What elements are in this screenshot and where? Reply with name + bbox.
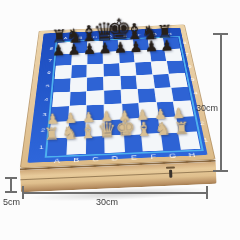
square-e1 — [124, 135, 143, 152]
square-c2 — [86, 120, 104, 136]
dimension-cap — [5, 191, 17, 193]
square-e6 — [119, 63, 135, 76]
square-e4 — [121, 89, 138, 103]
square-h7 — [165, 49, 182, 61]
dimension-cap — [22, 186, 24, 199]
square-f7 — [134, 50, 150, 62]
square-f8 — [133, 39, 149, 51]
square-f3 — [139, 103, 157, 118]
square-a4 — [52, 92, 69, 107]
square-c4 — [87, 90, 104, 104]
square-f1 — [142, 134, 162, 151]
chess-product-photo: ABCDEFGH ABCDEFGH 87654321 87654321 ♜♞♝♛… — [0, 0, 240, 240]
square-g2 — [159, 117, 179, 133]
dimension-line — [22, 192, 208, 194]
box-lid-seam — [20, 171, 216, 181]
dimension-cap — [206, 186, 208, 199]
square-g6 — [151, 61, 168, 74]
square-f4 — [138, 88, 156, 102]
square-c1 — [86, 136, 104, 153]
square-g8 — [148, 38, 164, 50]
board-grid — [48, 37, 201, 155]
square-b5 — [70, 78, 86, 92]
dimension-cap — [213, 33, 228, 35]
square-d2 — [105, 119, 123, 135]
square-g3 — [157, 102, 176, 117]
square-b7 — [72, 53, 87, 65]
square-h8 — [163, 37, 180, 48]
square-d4 — [104, 90, 121, 104]
clasp-slot — [166, 166, 175, 168]
square-a3 — [51, 106, 69, 121]
square-e3 — [122, 103, 140, 118]
height-dimension-label: 30cm — [196, 103, 218, 113]
square-b6 — [71, 65, 87, 78]
square-e7 — [119, 51, 135, 63]
square-g4 — [155, 88, 173, 102]
chess-board: ABCDEFGH ABCDEFGH 87654321 87654321 — [20, 25, 216, 169]
square-h6 — [167, 61, 185, 74]
square-f6 — [135, 62, 152, 75]
square-f5 — [137, 75, 154, 89]
square-a5 — [53, 78, 70, 92]
square-b8 — [72, 41, 87, 53]
square-a1 — [48, 138, 67, 156]
square-b2 — [68, 121, 86, 137]
board-wood-frame: ABCDEFGH ABCDEFGH 87654321 87654321 — [20, 25, 216, 169]
square-b3 — [69, 106, 86, 121]
square-d7 — [103, 51, 118, 63]
dimension-line — [220, 33, 222, 171]
square-a7 — [56, 54, 72, 66]
square-a6 — [55, 66, 71, 79]
square-c5 — [87, 77, 103, 91]
square-e2 — [123, 119, 142, 135]
board-blue-border: ABCDEFGH ABCDEFGH 87654321 87654321 — [27, 28, 207, 163]
square-h5 — [169, 73, 187, 87]
square-h1 — [179, 132, 200, 149]
square-h3 — [174, 101, 193, 116]
square-e8 — [118, 39, 133, 51]
square-b1 — [67, 137, 86, 155]
square-e5 — [120, 76, 137, 90]
square-g5 — [153, 74, 171, 88]
dimension-cap — [5, 177, 17, 179]
square-d5 — [104, 76, 120, 90]
square-c3 — [87, 105, 104, 120]
square-d8 — [103, 40, 118, 52]
square-d3 — [104, 104, 121, 119]
depth-dimension-label: 5cm — [3, 197, 20, 207]
square-c6 — [87, 64, 103, 77]
square-a2 — [49, 122, 67, 138]
square-c8 — [88, 41, 103, 53]
square-b4 — [70, 91, 87, 106]
square-g1 — [161, 133, 181, 150]
clasp-pin-icon — [169, 170, 172, 178]
square-a8 — [57, 42, 72, 54]
dimension-cap — [213, 170, 228, 172]
square-d1 — [105, 136, 124, 153]
square-c7 — [88, 52, 103, 64]
square-h2 — [177, 116, 197, 132]
square-f2 — [141, 118, 160, 134]
square-d6 — [104, 64, 120, 77]
width-dimension-label: 30cm — [96, 197, 118, 207]
square-g7 — [150, 49, 167, 61]
square-h4 — [172, 87, 191, 101]
